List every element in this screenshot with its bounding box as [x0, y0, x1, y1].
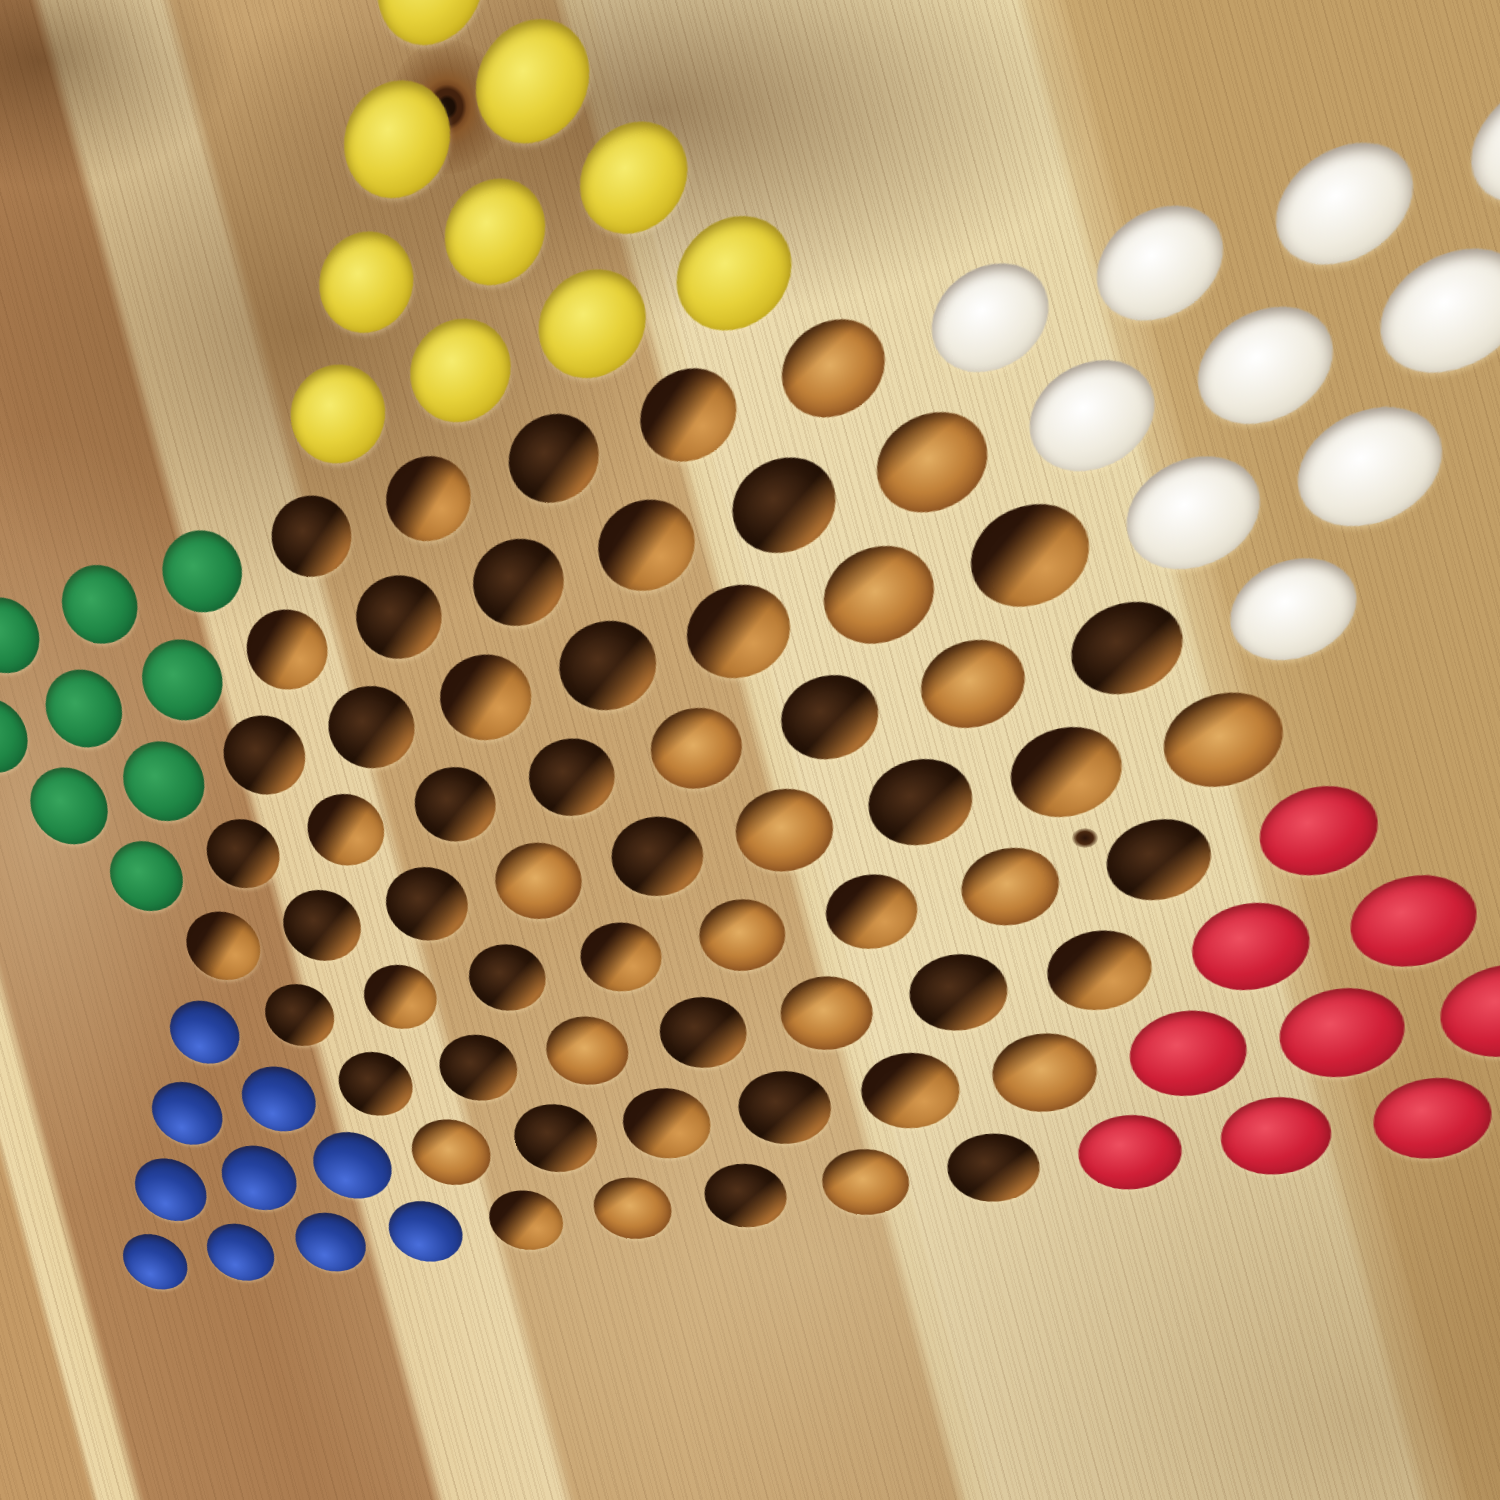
hole-r10c8-wood[interactable]	[356, 959, 445, 1034]
hole-r3c11-Y[interactable]	[307, 216, 424, 346]
hole-r8c4-G[interactable]	[100, 834, 193, 918]
hole-r12c8-wood[interactable]	[403, 1115, 499, 1189]
hole-r11c21-R[interactable]	[1186, 894, 1314, 997]
hole-r6c14-wood[interactable]	[589, 488, 703, 601]
hole-r13c5-B[interactable]	[286, 1209, 374, 1275]
hole-r5c21-W[interactable]	[1090, 188, 1229, 336]
hole-r12c10-wood[interactable]	[506, 1099, 605, 1176]
hole-r9c17-wood[interactable]	[861, 750, 979, 854]
hole-r8c22-W[interactable]	[1225, 545, 1362, 672]
hole-r4c12-Y[interactable]	[398, 304, 522, 436]
hole-r6c2-G[interactable]	[0, 689, 39, 781]
hole-r9c13-wood[interactable]	[603, 809, 711, 903]
hole-r2c12-Y[interactable]	[331, 62, 463, 215]
hole-r10c16-wood[interactable]	[819, 867, 924, 955]
hole-r7c15-wood[interactable]	[678, 574, 798, 688]
hole-r8c10-wood[interactable]	[406, 759, 505, 848]
hole-r6c6-G[interactable]	[131, 630, 234, 730]
hole-r12c12-wood[interactable]	[615, 1083, 718, 1163]
hole-r8c6-wood[interactable]	[197, 812, 288, 894]
hole-r12c6-B[interactable]	[303, 1127, 401, 1203]
hole-r7c3-G[interactable]	[19, 759, 120, 852]
hole-r8c18-wood[interactable]	[914, 630, 1031, 737]
hole-r5c25-W[interactable]	[1467, 54, 1500, 222]
hole-r13c7-B[interactable]	[380, 1197, 471, 1265]
hole-r9c11-wood[interactable]	[486, 835, 590, 926]
hole-r12c24-R[interactable]	[1436, 955, 1500, 1064]
hole-r7c23-W[interactable]	[1292, 390, 1447, 541]
hole-r6c16-wood[interactable]	[724, 445, 844, 564]
hole-r5c7-G[interactable]	[151, 520, 252, 622]
hole-r11c23-R[interactable]	[1346, 866, 1480, 975]
hole-r10c4-B[interactable]	[160, 995, 248, 1068]
hole-r1c13-Y[interactable]	[365, 0, 496, 63]
hole-r7c19-wood[interactable]	[964, 491, 1096, 618]
hole-r10c20-wood[interactable]	[1101, 811, 1215, 908]
hole-r9c5-wood[interactable]	[177, 905, 270, 985]
hole-r6c24-W[interactable]	[1375, 230, 1500, 389]
hole-r6c8-wood[interactable]	[237, 600, 338, 698]
hole-r13c13-wood[interactable]	[697, 1160, 793, 1231]
hole-r4c10-Y[interactable]	[279, 350, 397, 475]
hole-r10c12-wood[interactable]	[573, 916, 669, 997]
hole-r4c14-Y[interactable]	[527, 253, 656, 392]
hole-r5c5-G[interactable]	[51, 555, 148, 653]
hole-r3c15-Y[interactable]	[569, 104, 698, 249]
hole-r6c10-wood[interactable]	[346, 565, 451, 668]
hole-r11c11-wood[interactable]	[538, 1011, 636, 1090]
hole-r12c2-B[interactable]	[125, 1154, 217, 1225]
hole-r13c3-B[interactable]	[198, 1220, 283, 1284]
hole-r12c20-R[interactable]	[1123, 1003, 1252, 1103]
hole-r11c19-wood[interactable]	[1041, 923, 1156, 1016]
hole-r11c17-wood[interactable]	[903, 947, 1013, 1036]
hole-r13c1-B[interactable]	[114, 1231, 197, 1293]
hole-r6c12-wood[interactable]	[464, 528, 573, 636]
hole-r7c9-wood[interactable]	[318, 677, 424, 777]
hole-r9c19-wood[interactable]	[1004, 717, 1127, 826]
hole-r7c5-G[interactable]	[112, 732, 216, 829]
hole-r10c10-wood[interactable]	[461, 938, 554, 1016]
hole-r10c18-wood[interactable]	[955, 840, 1064, 932]
hole-r13c17-wood[interactable]	[941, 1129, 1045, 1206]
hole-r9c21-wood[interactable]	[1158, 682, 1287, 796]
hole-r6c22-W[interactable]	[1191, 290, 1338, 439]
hole-r10c6-wood[interactable]	[256, 979, 342, 1051]
board-photo-frame	[0, 0, 1500, 1500]
hole-r13c23-R[interactable]	[1369, 1072, 1494, 1164]
hole-r13c9-wood[interactable]	[481, 1187, 570, 1253]
hole-r13c19-R[interactable]	[1072, 1109, 1187, 1194]
hole-r6c20-W[interactable]	[1022, 344, 1161, 485]
hole-r13c15-wood[interactable]	[816, 1145, 916, 1219]
hole-r5c11-wood[interactable]	[376, 445, 480, 551]
hole-r12c14-wood[interactable]	[731, 1066, 838, 1149]
hole-r9c9-wood[interactable]	[377, 860, 477, 947]
hole-r11c3-B[interactable]	[142, 1077, 232, 1149]
hole-r4c16-Y[interactable]	[666, 199, 802, 346]
hole-r12c16-wood[interactable]	[854, 1047, 966, 1133]
hole-r12c18-wood[interactable]	[986, 1027, 1102, 1117]
hole-r9c7-wood[interactable]	[274, 883, 370, 966]
hole-r3c13-Y[interactable]	[433, 163, 556, 300]
hole-r5c13-wood[interactable]	[499, 402, 607, 513]
hole-r13c21-R[interactable]	[1216, 1091, 1336, 1179]
hole-r2c14-Y[interactable]	[463, 0, 601, 161]
hole-r9c15-wood[interactable]	[728, 780, 841, 879]
hole-r11c5-B[interactable]	[232, 1061, 325, 1136]
hole-r6c4-G[interactable]	[34, 660, 133, 755]
hole-r12c22-R[interactable]	[1274, 980, 1409, 1084]
hole-r6c18-wood[interactable]	[869, 399, 994, 525]
hole-r8c16-wood[interactable]	[774, 665, 886, 767]
hole-r8c8-wood[interactable]	[298, 787, 393, 873]
hole-r10c14-wood[interactable]	[692, 892, 792, 976]
hole-r8c14-wood[interactable]	[643, 699, 750, 797]
hole-r7c13-wood[interactable]	[550, 610, 665, 719]
hole-r11c15-wood[interactable]	[773, 970, 879, 1055]
hole-r7c21-W[interactable]	[1119, 441, 1266, 583]
hole-r5c19-W[interactable]	[924, 247, 1056, 386]
hole-r8c20-wood[interactable]	[1065, 591, 1188, 704]
chinese-checkers-board	[0, 0, 1500, 1500]
hole-r11c13-wood[interactable]	[652, 991, 754, 1073]
hole-r5c15-wood[interactable]	[631, 356, 744, 473]
hole-r10c22-R[interactable]	[1255, 776, 1382, 884]
hole-r5c9-wood[interactable]	[262, 485, 361, 586]
hole-r5c23-W[interactable]	[1270, 124, 1417, 281]
hole-r11c9-wood[interactable]	[431, 1029, 525, 1105]
hole-r7c11-wood[interactable]	[430, 645, 540, 749]
hole-r7c7-wood[interactable]	[213, 707, 315, 802]
hole-r11c7-wood[interactable]	[330, 1047, 421, 1120]
hole-r13c11-wood[interactable]	[586, 1174, 678, 1243]
hole-r7c17-wood[interactable]	[816, 534, 942, 654]
hole-r5c17-wood[interactable]	[774, 306, 893, 430]
hole-r8c12-wood[interactable]	[520, 730, 623, 823]
hole-r12c4-B[interactable]	[212, 1141, 307, 1214]
hole-r5c3-G[interactable]	[0, 588, 50, 682]
